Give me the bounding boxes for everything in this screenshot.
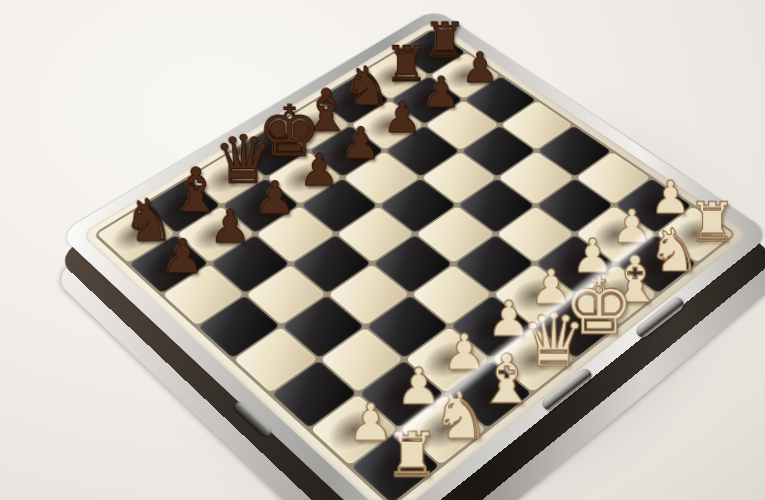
travel-chess-set-photo: ♞♝♛♚♝♞♜♜♟♟♟♟♟♟♟♟♟♟♟♟♟♟♟♟♜♞♝♛♚♝♞♜	[0, 0, 765, 500]
perspective-stage: ♞♝♛♚♝♞♜♜♟♟♟♟♟♟♟♟♟♟♟♟♟♟♟♟♜♞♝♛♚♝♞♜	[0, 0, 765, 500]
